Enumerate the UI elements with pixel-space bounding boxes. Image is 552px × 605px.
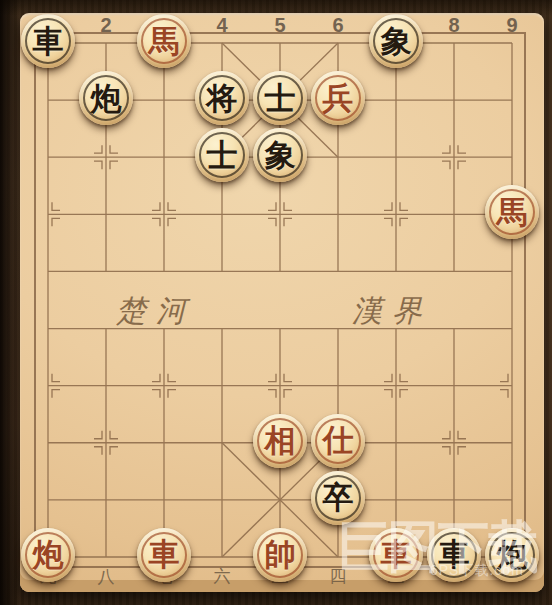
piece-red-仕-f6r8[interactable]: 仕 xyxy=(311,414,365,468)
top-file-label-8: 8 xyxy=(448,14,459,37)
piece-glyph: 将 xyxy=(207,83,238,114)
bottom-file-label-4: 六 xyxy=(214,565,231,588)
piece-glyph: 士 xyxy=(265,83,296,114)
piece-red-炮-f1r10[interactable]: 炮 xyxy=(21,528,75,582)
top-edge-shadow xyxy=(0,0,552,16)
piece-glyph: 相 xyxy=(265,425,296,456)
piece-black-士-f5r2[interactable]: 士 xyxy=(253,71,307,125)
piece-black-象-f7r1[interactable]: 象 xyxy=(369,14,423,68)
piece-glyph: 車 xyxy=(381,539,412,570)
piece-glyph: 車 xyxy=(149,539,180,570)
top-file-label-2: 2 xyxy=(100,14,111,37)
piece-black-象-f5r3[interactable]: 象 xyxy=(253,128,307,182)
bottom-file-label-6: 四 xyxy=(330,565,347,588)
piece-glyph: 象 xyxy=(381,26,412,57)
piece-black-車-f8r10[interactable]: 車 xyxy=(427,528,481,582)
piece-black-炮-f9r10[interactable]: 炮 xyxy=(485,528,539,582)
piece-red-帥-f5r10[interactable]: 帥 xyxy=(253,528,307,582)
piece-glyph: 炮 xyxy=(91,83,122,114)
river-label-han: 漢界 xyxy=(352,291,432,332)
piece-black-車-f1r1[interactable]: 車 xyxy=(21,14,75,68)
top-file-label-6: 6 xyxy=(332,14,343,37)
piece-glyph: 兵 xyxy=(323,83,354,114)
piece-red-兵-f6r2[interactable]: 兵 xyxy=(311,71,365,125)
piece-glyph: 士 xyxy=(207,140,238,171)
piece-black-士-f4r3[interactable]: 士 xyxy=(195,128,249,182)
piece-glyph: 帥 xyxy=(265,539,296,570)
piece-glyph: 炮 xyxy=(33,539,64,570)
piece-red-相-f5r8[interactable]: 相 xyxy=(253,414,307,468)
piece-glyph: 仕 xyxy=(323,425,354,456)
top-file-label-5: 5 xyxy=(274,14,285,37)
piece-black-将-f4r2[interactable]: 将 xyxy=(195,71,249,125)
piece-red-馬-f3r1[interactable]: 馬 xyxy=(137,14,191,68)
piece-glyph: 象 xyxy=(265,140,296,171)
piece-red-車-f7r10[interactable]: 車 xyxy=(369,528,423,582)
piece-glyph: 卒 xyxy=(323,482,354,513)
piece-glyph: 馬 xyxy=(497,197,528,228)
top-file-label-4: 4 xyxy=(216,14,227,37)
piece-glyph: 炮 xyxy=(497,539,528,570)
piece-glyph: 車 xyxy=(439,539,470,570)
piece-red-馬-f9r4[interactable]: 馬 xyxy=(485,185,539,239)
top-file-label-9: 9 xyxy=(506,14,517,37)
piece-red-車-f3r10[interactable]: 車 xyxy=(137,528,191,582)
river-label-chu: 楚河 xyxy=(116,291,196,332)
bottom-file-label-2: 八 xyxy=(98,565,115,588)
piece-glyph: 車 xyxy=(33,26,64,57)
left-edge-shadow xyxy=(0,0,20,605)
piece-black-炮-f2r2[interactable]: 炮 xyxy=(79,71,133,125)
piece-black-卒-f6r9[interactable]: 卒 xyxy=(311,471,365,525)
piece-glyph: 馬 xyxy=(149,26,180,57)
